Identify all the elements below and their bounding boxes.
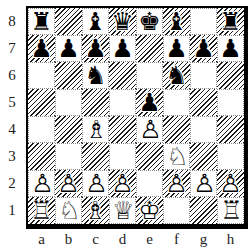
piece-white-rook: ♜♖	[218, 197, 243, 224]
square-f1[interactable]	[163, 197, 190, 224]
rank-label-7: 7	[2, 35, 22, 62]
chess-diagram-page: 8 7 6 5 4 3 2 1 ♜♝♛♚♝♜♟♟♟♟♟♟♟♞♞♟♝♗♟♙♞♘♟♙…	[0, 0, 250, 250]
square-h8[interactable]: ♜	[217, 8, 244, 35]
square-a8[interactable]: ♜	[28, 8, 55, 35]
piece-black-pawn: ♟	[30, 35, 52, 62]
square-d4[interactable]	[109, 116, 136, 143]
square-g5[interactable]	[190, 89, 217, 116]
square-c5[interactable]	[82, 89, 109, 116]
square-f8[interactable]: ♝	[163, 8, 190, 35]
square-c7[interactable]: ♟	[82, 35, 109, 62]
piece-black-rook: ♜	[219, 8, 241, 35]
piece-black-king: ♚	[138, 8, 160, 35]
piece-white-king: ♚♔	[136, 197, 163, 224]
square-d8[interactable]: ♛	[109, 8, 136, 35]
piece-black-pawn: ♟	[111, 35, 133, 62]
piece-white-knight: ♞♘	[164, 143, 189, 170]
piece-white-pawn: ♟♙	[217, 170, 244, 197]
file-label-h: h	[217, 230, 244, 248]
square-g7[interactable]: ♟	[190, 35, 217, 62]
square-f4[interactable]	[163, 116, 190, 143]
square-h4[interactable]	[217, 116, 244, 143]
square-f3[interactable]: ♞♘	[163, 143, 190, 170]
square-d3[interactable]	[109, 143, 136, 170]
square-g6[interactable]	[190, 62, 217, 89]
piece-white-pawn: ♟♙	[137, 116, 162, 143]
file-label-a: a	[28, 230, 55, 248]
piece-black-queen: ♛	[111, 8, 133, 35]
square-b7[interactable]: ♟	[55, 35, 82, 62]
square-e2[interactable]	[136, 170, 163, 197]
square-h3[interactable]	[217, 143, 244, 170]
square-b6[interactable]	[55, 62, 82, 89]
piece-black-pawn: ♟	[219, 35, 241, 62]
rank-label-6: 6	[2, 62, 22, 89]
rank-labels: 8 7 6 5 4 3 2 1	[2, 8, 22, 224]
square-c1[interactable]: ♝♗	[82, 197, 109, 224]
square-a7[interactable]: ♟	[28, 35, 55, 62]
rank-label-5: 5	[2, 89, 22, 116]
piece-black-pawn: ♟	[138, 89, 160, 116]
square-h6[interactable]	[217, 62, 244, 89]
board-grid: ♜♝♛♚♝♜♟♟♟♟♟♟♟♞♞♟♝♗♟♙♞♘♟♙♟♙♟♙♟♙♟♙♟♙♟♙♜♖♞♘…	[28, 8, 244, 224]
rank-label-3: 3	[2, 143, 22, 170]
square-e5[interactable]: ♟	[136, 89, 163, 116]
square-f5[interactable]	[163, 89, 190, 116]
piece-black-bishop: ♝	[165, 8, 187, 35]
square-c6[interactable]: ♞	[82, 62, 109, 89]
square-c3[interactable]	[82, 143, 109, 170]
square-b3[interactable]	[55, 143, 82, 170]
piece-black-knight: ♞	[165, 62, 187, 89]
file-label-d: d	[109, 230, 136, 248]
square-e7[interactable]	[136, 35, 163, 62]
square-b4[interactable]	[55, 116, 82, 143]
square-d5[interactable]	[109, 89, 136, 116]
square-f7[interactable]: ♟	[163, 35, 190, 62]
piece-white-rook: ♜♖	[28, 197, 55, 224]
file-label-b: b	[55, 230, 82, 248]
square-h5[interactable]	[217, 89, 244, 116]
piece-black-knight: ♞	[84, 62, 106, 89]
square-c2[interactable]: ♟♙	[82, 170, 109, 197]
piece-white-pawn: ♟♙	[163, 170, 190, 197]
square-h1[interactable]: ♜♖	[217, 197, 244, 224]
piece-white-pawn: ♟♙	[83, 170, 108, 197]
piece-black-pawn: ♟	[57, 35, 79, 62]
piece-white-pawn: ♟♙	[109, 170, 136, 197]
square-e3[interactable]	[136, 143, 163, 170]
square-d1[interactable]: ♛♕	[109, 197, 136, 224]
square-a3[interactable]	[28, 143, 55, 170]
piece-white-pawn: ♟♙	[191, 170, 216, 197]
square-f6[interactable]: ♞	[163, 62, 190, 89]
square-d2[interactable]: ♟♙	[109, 170, 136, 197]
square-b5[interactable]	[55, 89, 82, 116]
square-g2[interactable]: ♟♙	[190, 170, 217, 197]
square-g4[interactable]	[190, 116, 217, 143]
piece-white-queen: ♛♕	[110, 197, 135, 224]
square-b8[interactable]	[55, 8, 82, 35]
piece-white-knight: ♞♘	[56, 197, 81, 224]
file-label-e: e	[136, 230, 163, 248]
chessboard: ♜♝♛♚♝♜♟♟♟♟♟♟♟♞♞♟♝♗♟♙♞♘♟♙♟♙♟♙♟♙♟♙♟♙♟♙♜♖♞♘…	[26, 6, 248, 229]
square-a2[interactable]: ♟♙	[28, 170, 55, 197]
rank-label-2: 2	[2, 170, 22, 197]
square-a1[interactable]: ♜♖	[28, 197, 55, 224]
file-label-f: f	[163, 230, 190, 248]
square-g8[interactable]	[190, 8, 217, 35]
square-c4[interactable]: ♝♗	[82, 116, 109, 143]
square-a5[interactable]	[28, 89, 55, 116]
piece-black-bishop: ♝	[84, 8, 106, 35]
rank-label-4: 4	[2, 116, 22, 143]
piece-white-bishop: ♝♗	[83, 116, 108, 143]
piece-black-pawn: ♟	[192, 35, 214, 62]
piece-black-pawn: ♟	[165, 35, 187, 62]
piece-white-bishop: ♝♗	[82, 197, 109, 224]
square-h2[interactable]: ♟♙	[217, 170, 244, 197]
square-a6[interactable]	[28, 62, 55, 89]
square-h7[interactable]: ♟	[217, 35, 244, 62]
square-e4[interactable]: ♟♙	[136, 116, 163, 143]
piece-white-pawn: ♟♙	[55, 170, 82, 197]
piece-black-pawn: ♟	[84, 35, 106, 62]
square-d6[interactable]	[109, 62, 136, 89]
file-label-c: c	[82, 230, 109, 248]
rank-label-1: 1	[2, 197, 22, 224]
square-f2[interactable]: ♟♙	[163, 170, 190, 197]
file-labels: a b c d e f g h	[28, 230, 244, 248]
square-g1[interactable]	[190, 197, 217, 224]
piece-white-pawn: ♟♙	[29, 170, 54, 197]
square-e8[interactable]: ♚	[136, 8, 163, 35]
piece-black-rook: ♜	[30, 8, 52, 35]
rank-label-8: 8	[2, 8, 22, 35]
square-e1[interactable]: ♚♔	[136, 197, 163, 224]
square-g3[interactable]	[190, 143, 217, 170]
square-d7[interactable]: ♟	[109, 35, 136, 62]
square-e6[interactable]	[136, 62, 163, 89]
square-b1[interactable]: ♞♘	[55, 197, 82, 224]
square-a4[interactable]	[28, 116, 55, 143]
square-c8[interactable]: ♝	[82, 8, 109, 35]
file-label-g: g	[190, 230, 217, 248]
square-b2[interactable]: ♟♙	[55, 170, 82, 197]
